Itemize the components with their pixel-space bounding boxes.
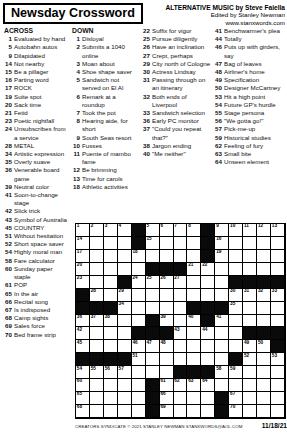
clue-number: 25 <box>140 35 152 43</box>
cell-r1c1[interactable]: 1 <box>76 224 90 237</box>
cell-r10c3[interactable] <box>104 340 118 353</box>
cell-r5c8[interactable]: 27 <box>174 276 188 289</box>
puzzle-url: www.stanxwords.com <box>165 19 285 26</box>
black-cell-r11c2 <box>90 353 104 366</box>
cell-r3c6[interactable] <box>146 250 160 263</box>
cell-r4c14[interactable] <box>257 263 271 276</box>
clue-number: 41 <box>2 191 14 207</box>
clue-number: 24 <box>2 125 14 141</box>
cell-r13c14[interactable] <box>257 379 271 392</box>
clue-across-54: 54Highly moral man <box>2 248 69 256</box>
clue-number: 57 <box>212 125 224 133</box>
clue-down-29: 29City north of Cologne <box>140 60 211 68</box>
cell-r5c5[interactable]: 24 <box>132 276 146 289</box>
cell-number: 44 <box>202 328 207 333</box>
cell-number: 51 <box>133 354 138 359</box>
clue-number: 18 <box>70 183 82 191</box>
cell-r2c11[interactable]: 16 <box>215 237 229 250</box>
cell-r5c3[interactable] <box>104 276 118 289</box>
cell-r6c3[interactable] <box>104 289 118 302</box>
clue-text: Actress Lindsay <box>152 68 211 76</box>
cell-r14c1[interactable]: 65 <box>76 392 90 405</box>
clue-down-2: 2Submits a 1040 online <box>70 43 139 59</box>
cell-number: 15 <box>146 237 151 242</box>
clue-number: 31 <box>140 76 152 92</box>
clue-number: 48 <box>212 68 224 76</box>
cell-number: 17 <box>77 250 82 255</box>
cell-r14c5[interactable] <box>132 392 146 405</box>
cell-r8c2[interactable]: 37 <box>90 315 104 328</box>
cell-r11c6[interactable] <box>146 353 160 366</box>
cell-r6c10[interactable] <box>201 289 215 302</box>
cell-r7c6[interactable] <box>146 302 160 315</box>
cell-r9c2[interactable] <box>90 327 104 340</box>
cell-r9c8[interactable]: 43 <box>174 327 188 340</box>
cell-r2c1[interactable]: 14 <box>76 237 90 250</box>
clue-number: 42 <box>2 207 14 215</box>
cell-r14c2[interactable] <box>90 392 104 405</box>
cell-r1c12[interactable]: 10 <box>229 224 243 237</box>
cell-number: 42 <box>77 328 82 333</box>
cell-r8c8[interactable] <box>174 315 188 328</box>
clue-text: Submits a 1040 online <box>82 43 139 59</box>
cell-r11c7[interactable] <box>160 353 174 366</box>
cell-number: 21 <box>188 263 193 268</box>
clue-text: Not nearby <box>14 60 69 68</box>
cell-r11c9[interactable] <box>187 353 201 366</box>
cell-r1c13[interactable]: 11 <box>243 224 257 237</box>
cell-r15c13[interactable] <box>243 405 257 418</box>
cell-r5c6[interactable]: 25 <box>146 276 160 289</box>
cell-r11c11[interactable] <box>215 353 229 366</box>
clue-number: 5 <box>70 76 82 92</box>
cell-r1c8[interactable]: 7 <box>174 224 188 237</box>
cell-r9c10[interactable]: 44 <box>201 327 215 340</box>
down-clue-column-3: 41Benchwarmer's plea44Totally46Puts up w… <box>212 27 286 166</box>
cell-r3c15[interactable] <box>271 250 285 263</box>
cell-r5c1[interactable]: 23 <box>76 276 90 289</box>
cell-r2c15[interactable] <box>271 237 285 250</box>
cell-r11c14[interactable] <box>257 353 271 366</box>
clue-number: 13 <box>70 175 82 183</box>
cell-number: 38 <box>105 315 110 320</box>
cell-r7c5[interactable] <box>132 302 146 315</box>
cell-r1c7[interactable]: 6 <box>160 224 174 237</box>
cell-r10c12[interactable] <box>229 340 243 353</box>
cell-r4c2[interactable] <box>90 263 104 276</box>
cell-r15c10[interactable] <box>201 405 215 418</box>
cell-r12c15[interactable] <box>271 366 285 379</box>
clue-text: Crept, perhaps <box>152 52 211 60</box>
cell-r15c3[interactable] <box>104 405 118 418</box>
cell-r4c1[interactable]: 20 <box>76 263 90 276</box>
clue-number: 64 <box>212 158 224 166</box>
cell-r11c5[interactable]: 51 <box>132 353 146 366</box>
cell-r14c13[interactable] <box>243 392 257 405</box>
cell-number: 39 <box>160 315 165 320</box>
cell-r6c12[interactable]: 30 <box>229 289 243 302</box>
cell-number: 3 <box>105 224 108 229</box>
cell-r15c4[interactable] <box>118 405 132 418</box>
clue-down-13: 13Time for carols <box>70 175 139 183</box>
cell-r13c7[interactable]: 61 <box>160 379 174 392</box>
cell-r9c4[interactable] <box>118 327 132 340</box>
clue-text: Soon-to-change stage <box>14 191 69 207</box>
cell-r2c14[interactable] <box>257 237 271 250</box>
cell-r2c12[interactable] <box>229 237 243 250</box>
down-clue-column-2: 22Suffix for vigor25Pursue diligently26H… <box>140 27 211 158</box>
cell-r2c8[interactable] <box>174 237 188 250</box>
cell-r4c11[interactable] <box>215 263 229 276</box>
cell-r13c1[interactable]: 60 <box>76 379 90 392</box>
cell-number: 57 <box>119 367 124 372</box>
cell-r1c14[interactable]: 12 <box>257 224 271 237</box>
cell-r9c1[interactable]: 42 <box>76 327 90 340</box>
cell-number: 10 <box>230 224 235 229</box>
cell-r8c14[interactable] <box>257 315 271 328</box>
cell-r6c11[interactable] <box>215 289 229 302</box>
cell-r1c2[interactable]: 2 <box>90 224 104 237</box>
cell-r3c13[interactable] <box>243 250 257 263</box>
cell-r2c3[interactable] <box>104 237 118 250</box>
cell-r8c9[interactable]: 40 <box>187 315 201 328</box>
clue-number: 62 <box>212 142 224 150</box>
cell-r1c4[interactable]: 4 <box>118 224 132 237</box>
cell-r10c4[interactable] <box>118 340 132 353</box>
clue-down-63: 63Small bite <box>212 150 286 158</box>
cell-r12c3[interactable]: 56 <box>104 366 118 379</box>
cell-r4c5[interactable] <box>132 263 146 276</box>
cell-number: 29 <box>119 289 124 294</box>
clue-across-45: 45COUNTRY <box>2 224 69 232</box>
clue-text: Overly suave <box>14 158 69 166</box>
cell-r9c3[interactable] <box>104 327 118 340</box>
cell-r11c13[interactable]: 52 <box>243 353 257 366</box>
cell-r5c9[interactable] <box>187 276 201 289</box>
cell-r4c10[interactable]: 22 <box>201 263 215 276</box>
cell-r8c4[interactable] <box>118 315 132 328</box>
clue-text: Pursue diligently <box>152 35 211 43</box>
cell-r14c15[interactable] <box>271 392 285 405</box>
cell-r14c8[interactable] <box>174 392 188 405</box>
clue-number: 6 <box>70 93 82 109</box>
cell-r8c15[interactable] <box>271 315 285 328</box>
cell-r15c9[interactable] <box>187 405 201 418</box>
clue-across-34: 34Artistic expression <box>2 150 69 158</box>
cell-number: 28 <box>91 289 96 294</box>
cell-r4c12[interactable] <box>229 263 243 276</box>
cell-r2c6[interactable]: 15 <box>146 237 160 250</box>
clue-down-48: 48Airliner's home <box>212 68 286 76</box>
clue-number: 70 <box>2 331 14 339</box>
cell-r14c3[interactable] <box>104 392 118 405</box>
cell-r2c7[interactable] <box>160 237 174 250</box>
black-cell-r7c3 <box>104 302 118 315</box>
cell-r11c15[interactable]: 53 <box>271 353 285 366</box>
footer: CREATORS SYNDICATE © 2021 STANLEY NEWMAN… <box>75 422 287 429</box>
cell-r2c4[interactable] <box>118 237 132 250</box>
clue-text: Sunday paper staple <box>14 265 69 281</box>
clue-text: Unseen element <box>224 158 286 166</box>
cell-r8c3[interactable]: 38 <box>104 315 118 328</box>
clue-text: "Me neither" <box>152 150 211 158</box>
cell-r10c9[interactable] <box>187 340 201 353</box>
cell-r15c15[interactable] <box>271 405 285 418</box>
cell-r7c4[interactable]: 34 <box>118 302 132 315</box>
cell-r10c5[interactable]: 46 <box>132 340 146 353</box>
cell-r12c4[interactable]: 57 <box>118 366 132 379</box>
clue-number: 50 <box>212 84 224 92</box>
clue-down-18: 18Athletic activities <box>70 183 139 191</box>
clue-text: Small bite <box>224 150 286 158</box>
cell-r2c9[interactable] <box>187 237 201 250</box>
cell-r10c11[interactable] <box>215 340 229 353</box>
cell-r5c7[interactable]: 26 <box>160 276 174 289</box>
clue-text: Stage persona <box>224 109 286 117</box>
clue-number: 2 <box>70 43 82 59</box>
clue-text: Venerable board game <box>14 166 69 182</box>
cell-r10c13[interactable]: 49 <box>243 340 257 353</box>
cell-r6c5[interactable] <box>132 289 146 302</box>
clue-number: 55 <box>212 109 224 117</box>
cell-r7c12[interactable]: 35 <box>229 302 243 315</box>
cell-r9c11[interactable] <box>215 327 229 340</box>
cell-r4c9[interactable]: 21 <box>187 263 201 276</box>
cell-r12c12[interactable]: 59 <box>229 366 243 379</box>
cell-number: 20 <box>77 263 82 268</box>
clue-text: Sales force <box>14 322 69 330</box>
cell-r13c11[interactable] <box>215 379 229 392</box>
cell-number: 33 <box>272 289 277 294</box>
cell-r13c3[interactable] <box>104 379 118 392</box>
cell-r11c10[interactable] <box>201 353 215 366</box>
cell-r6c4[interactable]: 29 <box>118 289 132 302</box>
cell-r3c2[interactable] <box>90 250 104 263</box>
clue-text: Fetid <box>14 109 69 117</box>
clue-text: Be a pillager <box>14 68 69 76</box>
cell-r6c2[interactable]: 28 <box>90 289 104 302</box>
clue-number: 35 <box>2 158 14 166</box>
cell-r8c1[interactable]: 36 <box>76 315 90 328</box>
black-cell-r9c7 <box>160 327 174 340</box>
cell-r12c1[interactable]: 54 <box>76 366 90 379</box>
cell-r2c2[interactable] <box>90 237 104 250</box>
cell-r6c13[interactable]: 31 <box>243 289 257 302</box>
cell-r10c6[interactable]: 47 <box>146 340 160 353</box>
cell-r1c15[interactable]: 13 <box>271 224 285 237</box>
cell-r1c6[interactable]: 5 <box>146 224 160 237</box>
cell-r11c8[interactable] <box>174 353 188 366</box>
cell-r1c11[interactable]: 9 <box>215 224 229 237</box>
clue-text: "We gotta go!" <box>224 117 286 125</box>
cell-r3c4[interactable] <box>118 250 132 263</box>
masthead: Newsday Crossword <box>3 3 143 24</box>
clue-text: Suffix for vigor <box>152 27 211 35</box>
cell-r1c9[interactable]: 8 <box>187 224 201 237</box>
cell-r3c1[interactable]: 17 <box>76 250 90 263</box>
cell-r5c2[interactable] <box>90 276 104 289</box>
clue-down-37: 37"Could you repeat that?" <box>140 125 211 141</box>
cell-r15c7[interactable]: 69 <box>160 405 174 418</box>
cell-r9c12[interactable] <box>229 327 243 340</box>
clue-across-1: 1Evaluated by hand <box>2 35 69 43</box>
clue-text: Benchwarmer's plea <box>224 27 286 35</box>
clue-number: 10 <box>70 142 82 150</box>
cell-r7c15[interactable] <box>271 302 285 315</box>
cell-r10c10[interactable] <box>201 340 215 353</box>
cell-r8c11[interactable]: 41 <box>215 315 229 328</box>
cell-r14c9[interactable] <box>187 392 201 405</box>
cell-r3c12[interactable] <box>229 250 243 263</box>
cell-r8c7[interactable]: 39 <box>160 315 174 328</box>
black-cell-r8c6 <box>146 315 160 328</box>
clue-across-58: 58Fare calculator <box>2 257 69 265</box>
clue-number: 40 <box>140 150 152 158</box>
cell-r13c2[interactable] <box>90 379 104 392</box>
cell-r13c8[interactable]: 62 <box>174 379 188 392</box>
cell-r7c8[interactable] <box>174 302 188 315</box>
cell-r1c3[interactable]: 3 <box>104 224 118 237</box>
cell-r6c15[interactable]: 33 <box>271 289 285 302</box>
clue-across-51: 51Without hesitation <box>2 232 69 240</box>
cell-r6c6[interactable] <box>146 289 160 302</box>
across-heading: ACROSS <box>2 27 69 35</box>
cell-r13c4[interactable] <box>118 379 132 392</box>
cell-r15c5[interactable] <box>132 405 146 418</box>
clue-down-56: 56"We gotta go!" <box>212 117 286 125</box>
clue-across-28: 28METAL <box>2 142 69 150</box>
clue-text: Evaluated by hand <box>14 35 69 43</box>
black-cell-r7c11 <box>215 302 229 315</box>
cell-r8c13[interactable] <box>243 315 257 328</box>
cell-r9c9[interactable] <box>187 327 201 340</box>
cell-r14c14[interactable] <box>257 392 271 405</box>
cell-r4c15[interactable] <box>271 263 285 276</box>
cell-r12c5[interactable] <box>132 366 146 379</box>
cell-r10c14[interactable]: 50 <box>257 340 271 353</box>
clue-number: 49 <box>212 76 224 84</box>
cell-number: 14 <box>77 237 82 242</box>
clue-number: 28 <box>2 142 14 150</box>
cell-r6c14[interactable]: 32 <box>257 289 271 302</box>
cell-r5c10[interactable] <box>201 276 215 289</box>
cell-r3c5[interactable]: 18 <box>132 250 146 263</box>
cell-r13c13[interactable] <box>243 379 257 392</box>
cell-r3c8[interactable] <box>174 250 188 263</box>
black-cell-r7c10 <box>201 302 215 315</box>
cell-r3c7[interactable] <box>160 250 174 263</box>
cell-r12c6[interactable] <box>146 366 160 379</box>
cell-r15c14[interactable] <box>257 405 271 418</box>
cell-r5c11[interactable] <box>215 276 229 289</box>
clue-text: South Seas resort <box>82 134 139 142</box>
clue-text: Camp sights <box>14 314 69 322</box>
cell-r12c11[interactable]: 58 <box>215 366 229 379</box>
cell-r2c13[interactable] <box>243 237 257 250</box>
cell-r4c4[interactable] <box>118 263 132 276</box>
clue-number: 21 <box>2 109 14 117</box>
clue-text: Passing through on an itinerary <box>152 76 211 92</box>
clue-number: 33 <box>140 109 152 117</box>
clue-number: 9 <box>70 134 82 142</box>
cell-r10c8[interactable] <box>174 340 188 353</box>
clue-text: METAL <box>14 142 69 150</box>
clue-number: 37 <box>140 125 152 141</box>
cell-r3c9[interactable] <box>187 250 201 263</box>
cell-r13c15[interactable] <box>271 379 285 392</box>
cell-number: 46 <box>133 341 138 346</box>
black-cell-r13c6 <box>146 379 160 392</box>
cell-number: 60 <box>77 379 82 384</box>
cell-r4c3[interactable] <box>104 263 118 276</box>
black-cell-r9c6 <box>146 327 160 340</box>
cell-r7c13[interactable] <box>243 302 257 315</box>
cell-r8c12[interactable] <box>229 315 243 328</box>
black-cell-r14c11 <box>215 392 229 405</box>
clue-number: 47 <box>212 60 224 68</box>
cell-r3c3[interactable] <box>104 250 118 263</box>
clue-across-35: 35Overly suave <box>2 158 69 166</box>
cell-r7c7[interactable] <box>160 302 174 315</box>
cell-r12c2[interactable]: 55 <box>90 366 104 379</box>
clue-text: POP <box>14 281 69 289</box>
cell-r8c5[interactable] <box>132 315 146 328</box>
cell-r3c14[interactable] <box>257 250 271 263</box>
clue-down-9: 9South Seas resort <box>70 134 139 142</box>
cell-r15c1[interactable]: 68 <box>76 405 90 418</box>
cell-r13c5[interactable] <box>132 379 146 392</box>
clue-text: Future GP's hurdle <box>224 101 286 109</box>
cell-r15c12[interactable]: 70 <box>229 405 243 418</box>
clue-across-14: 14Not nearby <box>2 60 69 68</box>
clue-text: Unsubscribes from a service <box>14 125 69 141</box>
clue-text: City north of Cologne <box>152 60 211 68</box>
clue-text: Short space saver <box>14 240 69 248</box>
clue-text: Slick trick <box>14 207 69 215</box>
cell-r10c2[interactable] <box>90 340 104 353</box>
cell-number: 59 <box>230 367 235 372</box>
clue-down-36: 36Early PC monitor <box>140 117 211 125</box>
cell-number: 9 <box>216 224 219 229</box>
clue-down-59: 59Historical studies <box>212 134 286 142</box>
cell-r13c12[interactable] <box>229 379 243 392</box>
cell-r6c7[interactable] <box>160 289 174 302</box>
clue-text: Bag of leaves <box>224 60 286 68</box>
cell-r10c7[interactable]: 48 <box>160 340 174 353</box>
cell-r12c7[interactable] <box>160 366 174 379</box>
cell-r12c14[interactable] <box>257 366 271 379</box>
across-clue-list: 1Evaluated by hand5Autobahn autos9Dilapi… <box>2 35 69 339</box>
cell-r15c2[interactable] <box>90 405 104 418</box>
cell-r14c7[interactable]: 66 <box>160 392 174 405</box>
cell-r10c1[interactable]: 45 <box>76 340 90 353</box>
cell-r14c12[interactable]: 67 <box>229 392 243 405</box>
cell-r12c13[interactable] <box>243 366 257 379</box>
cell-r14c4[interactable] <box>118 392 132 405</box>
cell-r4c13[interactable] <box>243 263 257 276</box>
cell-r7c14[interactable] <box>257 302 271 315</box>
cell-r3c11[interactable]: 19 <box>215 250 229 263</box>
cell-r6c9[interactable] <box>187 289 201 302</box>
cell-r6c8[interactable] <box>174 289 188 302</box>
black-cell-r1c10 <box>201 224 215 237</box>
cell-r14c10[interactable] <box>201 392 215 405</box>
cell-r13c10[interactable]: 64 <box>201 379 215 392</box>
clue-number: 51 <box>2 232 14 240</box>
clue-text: Hearing aide, for short <box>82 117 139 133</box>
cell-r13c9[interactable]: 63 <box>187 379 201 392</box>
cell-r15c8[interactable] <box>174 405 188 418</box>
